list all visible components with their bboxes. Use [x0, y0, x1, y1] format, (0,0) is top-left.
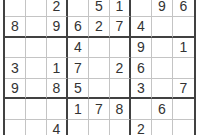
cell-r7c8: 6 — [152, 99, 173, 120]
cell-r4c4: 4 — [68, 38, 89, 59]
cell-r4c5[interactable] — [89, 38, 110, 59]
cell-r5c6: 2 — [110, 58, 131, 79]
cell-r3c3: 9 — [47, 17, 68, 38]
cell-r5c3: 1 — [47, 58, 68, 79]
cell-r8c4[interactable] — [68, 120, 89, 136]
cell-r5c7: 6 — [131, 58, 152, 79]
cell-r3c4: 6 — [68, 17, 89, 38]
cell-r6c2[interactable] — [26, 79, 47, 100]
cell-r8c1[interactable] — [5, 120, 26, 136]
cell-r7c7[interactable] — [131, 99, 152, 120]
cell-r8c6[interactable] — [110, 120, 131, 136]
cell-r5c4: 7 — [68, 58, 89, 79]
cell-r5c5[interactable] — [89, 58, 110, 79]
cell-r3c6: 7 — [110, 17, 131, 38]
cell-r8c7: 2 — [131, 120, 152, 136]
cell-r4c6[interactable] — [110, 38, 131, 59]
cell-r5c9[interactable] — [173, 58, 194, 79]
cell-r7c6: 8 — [110, 99, 131, 120]
cell-r7c2[interactable] — [26, 99, 47, 120]
cell-r6c1: 9 — [5, 79, 26, 100]
cell-r8c5[interactable] — [89, 120, 110, 136]
cell-r7c3[interactable] — [47, 99, 68, 120]
cell-r4c2[interactable] — [26, 38, 47, 59]
cell-r4c1[interactable] — [5, 38, 26, 59]
cell-r6c6[interactable] — [110, 79, 131, 100]
cell-r6c4: 5 — [68, 79, 89, 100]
cell-r3c1: 8 — [5, 17, 26, 38]
cell-r2c8: 9 — [152, 0, 173, 17]
cell-r2c6: 1 — [110, 0, 131, 17]
cell-r6c7: 3 — [131, 79, 152, 100]
cell-r6c5[interactable] — [89, 79, 110, 100]
cell-r6c8[interactable] — [152, 79, 173, 100]
cell-r3c2[interactable] — [26, 17, 47, 38]
cell-r2c9: 6 — [173, 0, 194, 17]
cell-r4c8[interactable] — [152, 38, 173, 59]
cell-r2c3: 2 — [47, 0, 68, 17]
sudoku-screenshot: 251968962744913172698537178642 — [0, 0, 200, 135]
cell-r3c5: 2 — [89, 17, 110, 38]
cell-r3c8[interactable] — [152, 17, 173, 38]
cell-r4c3[interactable] — [47, 38, 68, 59]
cell-r8c3: 4 — [47, 120, 68, 136]
cell-r3c9[interactable] — [173, 17, 194, 38]
cell-r2c4[interactable] — [68, 0, 89, 17]
cell-r7c1[interactable] — [5, 99, 26, 120]
cell-r7c5: 7 — [89, 99, 110, 120]
cell-r2c7[interactable] — [131, 0, 152, 17]
cell-r6c3: 8 — [47, 79, 68, 100]
cell-r5c8[interactable] — [152, 58, 173, 79]
cell-r3c7: 4 — [131, 17, 152, 38]
sudoku-board: 251968962744913172698537178642 — [3, 0, 196, 135]
cell-r8c2[interactable] — [26, 120, 47, 136]
cell-r6c9: 7 — [173, 79, 194, 100]
cell-r7c9[interactable] — [173, 99, 194, 120]
cell-r4c7: 9 — [131, 38, 152, 59]
cell-r5c2[interactable] — [26, 58, 47, 79]
cell-r2c1[interactable] — [5, 0, 26, 17]
cell-r2c2[interactable] — [26, 0, 47, 17]
cell-r7c4: 1 — [68, 99, 89, 120]
cell-r5c1: 3 — [5, 58, 26, 79]
cell-r4c9: 1 — [173, 38, 194, 59]
cell-r8c9[interactable] — [173, 120, 194, 136]
cell-r8c8[interactable] — [152, 120, 173, 136]
cell-r2c5: 5 — [89, 0, 110, 17]
